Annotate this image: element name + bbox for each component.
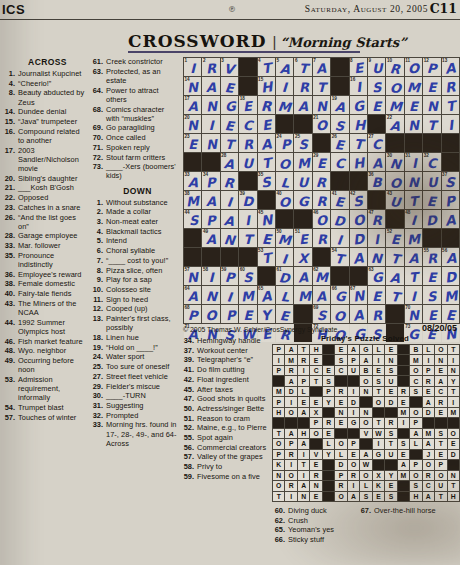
cell-r8c14[interactable]: E — [423, 191, 440, 209]
cell-r5c3[interactable]: T — [221, 134, 238, 152]
down-clues-1: 1.Without substance2.Made a collar3.Non-… — [90, 198, 179, 448]
clue-down-47: 47.Good shots in quoits — [181, 394, 275, 403]
cell-r4c2[interactable]: I — [202, 115, 219, 133]
solution-letter: P — [339, 472, 344, 479]
header-rule — [0, 19, 460, 20]
cell-r2c10[interactable]: 16I — [350, 77, 367, 95]
cell-r14c5[interactable]: Y — [258, 305, 275, 323]
solution-letter: H — [276, 409, 281, 416]
cell-r14c9[interactable]: O — [331, 305, 348, 323]
cell-r10c7[interactable]: 51E — [294, 229, 311, 247]
handwritten-letter: A — [206, 194, 216, 209]
solution-letter: R — [438, 399, 443, 406]
black-cell — [294, 210, 311, 228]
cell-r13c15[interactable]: M — [442, 286, 459, 304]
clue-number: 37. — [181, 346, 194, 355]
solution-letter: R — [339, 482, 344, 489]
cell-r1c4: H — [310, 345, 321, 354]
solution-letter: X — [376, 472, 381, 479]
clue-number: 56. — [181, 443, 194, 452]
cell-r13c11[interactable]: E — [368, 286, 385, 304]
solution-letter: E — [314, 357, 319, 364]
black-cell — [323, 481, 334, 490]
cell-r8c13[interactable]: T — [405, 191, 422, 209]
puzzle-title: “Morning Starts” — [280, 35, 406, 50]
clue-down-12: 12.Cooped (up) — [90, 304, 179, 313]
cell-r13c10[interactable]: 67N — [350, 286, 367, 304]
cell-r6c3[interactable]: 28A — [221, 153, 238, 171]
cell-number: 36 — [368, 172, 373, 177]
cell-r7c1[interactable]: 33A — [184, 172, 201, 190]
cell-r12c12[interactable]: A — [386, 267, 403, 285]
clue-across-73: 73.____-Xers (boomers' kids) — [90, 162, 179, 180]
cell-r11c6[interactable]: I — [276, 248, 293, 266]
handwritten-letter: I — [245, 212, 251, 227]
cell-r8c1[interactable]: 38M — [184, 191, 201, 209]
cell-r13c3: I — [298, 471, 309, 480]
cell-r7c8[interactable]: R — [313, 172, 330, 190]
cell-r1c3[interactable]: 3V — [221, 58, 238, 76]
cell-r2c3[interactable]: E — [221, 77, 238, 95]
cell-r7c6: N — [335, 408, 346, 417]
cell-r11c12[interactable]: T — [386, 248, 403, 266]
cell-r1c3: T — [298, 345, 309, 354]
cell-r7c6[interactable]: L — [276, 172, 293, 190]
cell-r4c1[interactable]: 20N — [184, 115, 201, 133]
cell-r3c6[interactable]: M — [276, 96, 293, 114]
cell-r6c8[interactable]: 29E — [313, 153, 330, 171]
cell-r10c5[interactable]: E — [258, 229, 275, 247]
cell-r4c13[interactable]: N — [405, 115, 422, 133]
cell-r2c13: I — [423, 355, 434, 364]
cell-r5c2[interactable]: N — [202, 134, 219, 152]
cell-r10c12[interactable]: 52E — [386, 229, 403, 247]
cell-r4c12: C — [410, 376, 421, 385]
cell-r2c6[interactable]: I — [276, 77, 293, 95]
cell-r13c13[interactable]: I — [405, 286, 422, 304]
handwritten-letter: E — [409, 99, 418, 114]
cell-r2c7[interactable]: R — [294, 77, 311, 95]
cell-r1c12[interactable]: 10R — [386, 58, 403, 76]
cell-r9c14: S — [435, 429, 446, 438]
cell-r6c13[interactable]: 31I — [405, 153, 422, 171]
cell-r8c9[interactable]: 41E — [331, 191, 348, 209]
cell-r12c11[interactable]: 63G — [368, 267, 385, 285]
cell-r9c9[interactable]: D — [331, 210, 348, 228]
cell-r4c12[interactable]: 22A — [386, 115, 403, 133]
cell-r5c1[interactable]: 23E — [184, 134, 201, 152]
black-cell — [323, 355, 334, 364]
solution-letter: R — [339, 388, 344, 395]
clue-number: 30. — [90, 391, 103, 400]
clue-text: Made a collar — [106, 207, 151, 216]
cell-r12c6[interactable]: 61D — [276, 267, 293, 285]
cell-r9c13[interactable]: 48I — [405, 210, 422, 228]
cell-r3c9[interactable]: 19A — [331, 96, 348, 114]
cell-r11c11[interactable]: N — [368, 248, 385, 266]
cell-r12c8[interactable]: 62M — [313, 267, 330, 285]
clue-across-28: 28.Garage employee — [2, 231, 87, 240]
cell-r3c15[interactable]: T — [442, 96, 459, 114]
cell-r14c3[interactable]: P — [221, 305, 238, 323]
cell-r14c13[interactable]: 70N — [405, 305, 422, 323]
cell-r7c3[interactable]: R — [221, 172, 238, 190]
cell-r14c11[interactable]: R — [368, 305, 385, 323]
solution-letter: P — [276, 367, 281, 374]
cell-r14c14[interactable]: E — [423, 305, 440, 323]
cell-r13c2[interactable]: N — [202, 286, 219, 304]
cell-r3c10[interactable]: G — [350, 96, 367, 114]
handwritten-letter: E — [261, 231, 271, 247]
cell-r8c2[interactable]: A — [202, 191, 219, 209]
cell-r4c10[interactable]: H — [350, 115, 367, 133]
cell-r6c9: O — [373, 397, 384, 406]
cell-r10c11[interactable]: I — [368, 229, 385, 247]
clue-number: 21. — [2, 183, 15, 192]
cell-r14c6[interactable]: E — [276, 305, 293, 323]
cell-r12c15[interactable]: D — [442, 267, 459, 285]
cell-r1c14[interactable]: 12P — [423, 58, 440, 76]
cell-r5c9[interactable]: 26E — [331, 134, 348, 152]
solution-letter: T — [376, 419, 380, 426]
cell-r8c6[interactable]: 40O — [276, 191, 293, 209]
clue-number: 12. — [90, 304, 103, 313]
solution-letter: O — [426, 461, 431, 468]
cell-r5c5[interactable]: A — [258, 134, 275, 152]
cell-r12c14[interactable]: E — [423, 267, 440, 285]
cell-r3c12[interactable]: M — [386, 96, 403, 114]
cell-r7c12[interactable]: O — [386, 172, 403, 190]
solution-letter: P — [351, 440, 356, 447]
cell-r12c1[interactable]: 57N — [184, 267, 201, 285]
cell-r13c14[interactable]: S — [423, 286, 440, 304]
cell-r4c8[interactable]: 21O — [313, 115, 330, 133]
cell-r3c3[interactable]: G — [221, 96, 238, 114]
cell-r13c5[interactable]: 65A — [258, 286, 275, 304]
cell-r7c5[interactable]: 35S — [258, 172, 275, 190]
black-cell — [310, 387, 321, 396]
cell-r1c15[interactable]: 13A — [442, 58, 459, 76]
cell-r4c15[interactable]: I — [442, 115, 459, 133]
cell-r2c14[interactable]: E — [423, 77, 440, 95]
solution-letter: P — [414, 419, 419, 426]
solution-letter: N — [451, 472, 456, 479]
cell-r7c15: M — [448, 408, 459, 417]
cell-r6c5[interactable]: T — [258, 153, 275, 171]
cell-r9c14[interactable]: D — [423, 210, 440, 228]
black-cell — [331, 77, 348, 95]
cell-r3c4: C — [310, 366, 321, 375]
clue-text: Maine, e.g., to Pierre — [197, 423, 267, 432]
cell-r14c4[interactable]: E — [239, 305, 256, 323]
handwritten-letter: I — [209, 118, 214, 133]
cell-r9c8[interactable]: 46O — [313, 210, 330, 228]
cell-r10c6[interactable]: 50M — [276, 229, 293, 247]
handwritten-letter: M — [297, 288, 311, 304]
cell-r11c5[interactable]: 53T — [258, 248, 275, 266]
cell-r2c5[interactable]: 15H — [258, 77, 275, 95]
cell-r11c9[interactable]: 54T — [331, 248, 348, 266]
cell-r13c6[interactable]: L — [276, 286, 293, 304]
solution-letter: O — [376, 399, 381, 406]
clue-number: 1. — [90, 198, 103, 207]
cell-r6c10[interactable]: H — [350, 153, 367, 171]
solution-letter: P — [301, 378, 306, 385]
clue-down-39: 39.Telegrapher's “e” — [181, 355, 275, 364]
solution-letter: M — [288, 357, 294, 364]
cell-r10c9[interactable]: I — [331, 229, 348, 247]
cell-r7c7[interactable]: U — [294, 172, 311, 190]
black-cell — [331, 58, 348, 76]
cell-r6c11[interactable]: A — [368, 153, 385, 171]
solution-letter: R — [401, 388, 406, 395]
cell-r12c4[interactable]: 60S — [239, 267, 256, 285]
cell-r12c7[interactable]: A — [294, 267, 311, 285]
handwritten-letter: P — [188, 307, 198, 322]
cell-r1c5[interactable]: 4T — [258, 58, 275, 76]
cell-r6c12[interactable]: 30N — [386, 153, 403, 171]
cell-r8c4[interactable]: 39D — [239, 191, 256, 209]
cell-r6c9[interactable]: C — [331, 153, 348, 171]
cell-r4c14[interactable]: T — [423, 115, 440, 133]
clue-down-59: 59.Fivesome on a five — [181, 472, 275, 481]
clue-text: Catches in a snare — [18, 203, 81, 212]
solution-letter: I — [378, 357, 380, 364]
cell-r11c7[interactable]: X — [294, 248, 311, 266]
clue-number: 69. — [90, 123, 103, 132]
solution-letter: A — [289, 430, 294, 437]
cell-r2c15[interactable]: R — [442, 77, 459, 95]
black-cell — [258, 191, 275, 209]
handwritten-letter: A — [224, 213, 236, 229]
cell-r4c4[interactable]: C — [239, 115, 256, 133]
cell-r10c10: T — [385, 439, 396, 448]
clue-number: 32. — [90, 411, 103, 420]
black-cell — [239, 58, 256, 76]
solution-letter: N — [364, 409, 369, 416]
clue-down-10: 10.Colosseo site — [90, 285, 179, 294]
cell-r1c6[interactable]: 5A — [276, 58, 293, 76]
cell-r9c5[interactable]: 45N — [258, 210, 275, 228]
cell-r10c10[interactable]: D — [350, 229, 367, 247]
cell-r12c2[interactable]: 58I — [202, 267, 219, 285]
clue-number: 29. — [90, 382, 103, 391]
cell-r2c3: R — [298, 355, 309, 364]
solution-letter: Y — [451, 378, 456, 385]
cell-r3c2[interactable]: N — [202, 96, 219, 114]
cell-r7c11[interactable]: 36B — [368, 172, 385, 190]
cell-r14c10[interactable]: A — [350, 305, 367, 323]
cell-r4c4: T — [310, 376, 321, 385]
cell-r6c14[interactable]: 32C — [423, 153, 440, 171]
cell-r8c7[interactable]: G — [294, 191, 311, 209]
cell-r14c2[interactable]: O — [202, 305, 219, 323]
cell-r1c2[interactable]: 2R — [202, 58, 219, 76]
cell-r3c4[interactable]: 18E — [239, 96, 256, 114]
cell-r8c8[interactable]: R — [313, 191, 330, 209]
cell-r5c11[interactable]: 27C — [368, 134, 385, 152]
cell-r11c13[interactable]: A — [405, 248, 422, 266]
cell-r8c15[interactable]: P — [442, 191, 459, 209]
cell-r12c13[interactable]: T — [405, 267, 422, 285]
cell-r7c15[interactable]: 37S — [442, 172, 459, 190]
cell-r4c5[interactable]: E — [258, 115, 275, 133]
cell-r10c11: S — [398, 439, 409, 448]
black-cell — [313, 248, 330, 266]
cell-r2c11[interactable]: S — [368, 77, 385, 95]
solution-letter: L — [339, 451, 343, 458]
cell-r5c5: P — [323, 387, 334, 396]
black-cell — [435, 418, 446, 427]
black-cell — [258, 267, 275, 285]
cell-r7c2[interactable]: 34P — [202, 172, 219, 190]
solution-letter: E — [401, 451, 406, 458]
solution-letter: O — [413, 472, 418, 479]
clue-across-71: 71.Spoken reply — [90, 143, 179, 152]
black-cell — [323, 408, 334, 417]
cell-r10c8[interactable]: R — [313, 229, 330, 247]
handwritten-letter: E — [445, 307, 455, 323]
cell-r9c1[interactable]: 44S — [184, 210, 201, 228]
cell-r9c15[interactable]: A — [442, 210, 459, 228]
clue-text: Journalist Kupcinet — [18, 69, 81, 78]
cell-r12c3[interactable]: 59P — [221, 267, 238, 285]
cell-number: 11 — [405, 58, 410, 63]
solution-letter: I — [303, 451, 305, 458]
cell-r8c3[interactable]: I — [221, 191, 238, 209]
cell-r10c2[interactable]: 49A — [202, 229, 219, 247]
cell-r2c1[interactable]: 14N — [184, 77, 201, 95]
handwritten-letter: N — [205, 288, 217, 304]
cell-r9c2[interactable]: P — [202, 210, 219, 228]
clue-down-55: 55.Spot again — [181, 433, 275, 442]
cell-r11c15[interactable]: 56A — [442, 248, 459, 266]
cell-r1c11[interactable]: 9U — [368, 58, 385, 76]
cell-r13c1[interactable]: 64A — [184, 286, 201, 304]
handwritten-letter: N — [407, 307, 419, 323]
cell-r3c7[interactable]: A — [294, 96, 311, 114]
cell-r10c13[interactable]: M — [405, 229, 422, 247]
cell-r5c10[interactable]: T — [350, 134, 367, 152]
cell-r3c13[interactable]: E — [405, 96, 422, 114]
cell-r11c14[interactable]: 55R — [423, 248, 440, 266]
cell-r6c6[interactable]: O — [276, 153, 293, 171]
cell-r1c13[interactable]: 11O — [405, 58, 422, 76]
clue-down-24: 24.Water sport — [90, 352, 179, 361]
cell-r3c1[interactable]: 17A — [184, 96, 201, 114]
clue-text: Power to attract others — [106, 86, 159, 104]
cell-r1c1[interactable]: 1I — [184, 58, 201, 76]
cell-r14c15[interactable]: E — [442, 305, 459, 323]
handwritten-letter: A — [206, 80, 216, 95]
cell-r9c10[interactable]: O — [350, 210, 367, 228]
cell-r1c10[interactable]: 8E — [350, 58, 367, 76]
solution-letter: A — [426, 493, 431, 500]
cell-r13c1: N — [273, 471, 284, 480]
cell-r13c3[interactable]: I — [221, 286, 238, 304]
handwritten-letter: P — [427, 60, 437, 75]
solution-letter: N — [314, 482, 319, 489]
cell-r9c4[interactable]: I — [239, 210, 256, 228]
cell-r1c7[interactable]: 6T — [294, 58, 311, 76]
solution-letter: T — [314, 378, 318, 385]
solution-letter: D — [451, 451, 456, 458]
solution-letter: O — [276, 440, 281, 447]
cell-r7c13[interactable]: N — [405, 172, 422, 190]
cell-r9c3[interactable]: A — [221, 210, 238, 228]
cell-r1c9: L — [373, 345, 384, 354]
cell-r8c10[interactable]: 42S — [350, 191, 367, 209]
cell-r14c8[interactable]: 69S — [313, 305, 330, 323]
cell-r9c11[interactable]: 47R — [368, 210, 385, 228]
cell-r13c7[interactable]: M — [294, 286, 311, 304]
cell-r3c11[interactable]: E — [368, 96, 385, 114]
cell-r11c10[interactable]: A — [350, 248, 367, 266]
cell-r10c4[interactable]: T — [239, 229, 256, 247]
clue-text: Spot again — [197, 433, 233, 442]
solution-letter: C — [426, 482, 431, 489]
handwritten-letter: E — [298, 231, 308, 247]
clue-number: 26. — [2, 213, 15, 222]
cell-r2c8[interactable]: T — [313, 77, 330, 95]
cell-r3c7: U — [348, 366, 359, 375]
cell-r1c14: O — [435, 345, 446, 354]
clue-across-26: 26.“And the list goes on” — [2, 213, 87, 231]
cell-r4c3[interactable]: E — [221, 115, 238, 133]
cell-r2c2[interactable]: A — [202, 77, 219, 95]
cell-r5c6[interactable]: 24P — [276, 134, 293, 152]
clue-text: Diving duck — [288, 506, 327, 515]
cell-r13c4[interactable]: M — [239, 286, 256, 304]
cell-r13c12[interactable]: T — [386, 286, 403, 304]
cell-r13c9[interactable]: 66G — [331, 286, 348, 304]
cell-r2c12[interactable]: O — [386, 77, 403, 95]
cell-r10c3[interactable]: N — [221, 229, 238, 247]
cell-r3c5[interactable]: R — [258, 96, 275, 114]
cell-r5c7[interactable]: 25S — [294, 134, 311, 152]
clue-text: ___Kosh B'Gosh — [18, 183, 74, 192]
cell-r5c4[interactable]: R — [239, 134, 256, 152]
cell-r3c8[interactable]: N — [313, 96, 330, 114]
cell-r3c3: I — [298, 366, 309, 375]
solution-letter: C — [438, 388, 443, 395]
cell-r3c14[interactable]: N — [423, 96, 440, 114]
clue-number: 59. — [181, 472, 194, 481]
cell-r12c13: O — [423, 460, 434, 469]
black-cell — [313, 134, 330, 152]
cell-r14c1[interactable]: 68P — [184, 305, 201, 323]
solution-letter: E — [389, 388, 394, 395]
cell-r4c9[interactable]: S — [331, 115, 348, 133]
cell-r7c4: X — [310, 408, 321, 417]
cell-r6c4[interactable]: U — [239, 153, 256, 171]
clue-down-56: 56.Commercial creators — [181, 443, 275, 452]
cell-r1c8[interactable]: 7A — [313, 58, 330, 76]
clue-text: “And the list goes on” — [18, 213, 76, 231]
cell-r2c13[interactable]: M — [405, 77, 422, 95]
cell-r8c12[interactable]: 43U — [386, 191, 403, 209]
cell-number: 3 — [221, 58, 224, 63]
cell-r6c7[interactable]: M — [294, 153, 311, 171]
clue-down-45: 45.After taxes — [181, 385, 275, 394]
handwritten-letter: S — [371, 79, 382, 95]
clue-number: 42. — [181, 375, 194, 384]
clue-down-65: 65.Yeoman's yes — [272, 525, 358, 534]
cell-r1c1: P — [273, 345, 284, 354]
cell-r3c10: S — [385, 366, 396, 375]
cell-r7c14[interactable]: U — [423, 172, 440, 190]
cell-r13c8[interactable]: A — [313, 286, 330, 304]
